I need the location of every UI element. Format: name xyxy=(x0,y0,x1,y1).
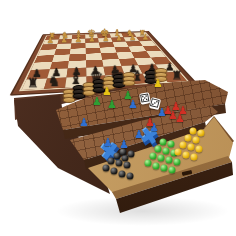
black-marble[interactable] xyxy=(111,168,118,175)
green-pawn[interactable]: ♟ xyxy=(107,99,117,110)
green-marble[interactable] xyxy=(145,160,152,167)
yellow-marble[interactable] xyxy=(175,149,182,156)
black-marble[interactable] xyxy=(108,158,115,165)
green-marble[interactable] xyxy=(150,153,157,160)
green-marble[interactable] xyxy=(163,148,170,155)
black-marble[interactable] xyxy=(116,160,123,167)
yellow-marble[interactable] xyxy=(191,154,198,161)
green-marble[interactable] xyxy=(168,141,175,148)
yellow-marble[interactable] xyxy=(198,130,205,137)
green-marble[interactable] xyxy=(169,167,176,174)
green-marble[interactable] xyxy=(158,155,165,162)
blue-pawn[interactable]: ♟ xyxy=(134,129,144,140)
blue-pawn[interactable]: ♟ xyxy=(128,99,138,110)
black-marble[interactable] xyxy=(128,151,135,158)
green-marble[interactable] xyxy=(153,163,160,170)
black-marble[interactable] xyxy=(127,173,134,180)
green-pawn[interactable]: ♟ xyxy=(92,96,102,107)
yellow-pawn[interactable]: ♟ xyxy=(153,78,163,89)
black-marble[interactable] xyxy=(119,171,126,178)
die-5[interactable]: ⚄ xyxy=(139,92,150,104)
green-marble[interactable] xyxy=(174,159,181,166)
loose-pieces-layer: ♟♟♟⚄⚂♟✖✖♟♟♟♟♟♟♟♟♟♟♟♟♟♟ xyxy=(0,0,236,236)
green-marble[interactable] xyxy=(155,146,162,153)
red-pawn[interactable]: ♟ xyxy=(145,117,155,128)
yellow-marble[interactable] xyxy=(188,144,195,151)
yellow-marble[interactable] xyxy=(190,128,197,135)
black-marble[interactable] xyxy=(103,165,110,172)
blue-pawn[interactable]: ♟ xyxy=(103,137,113,148)
black-marble[interactable] xyxy=(124,162,131,169)
yellow-marble[interactable] xyxy=(185,135,192,142)
black-marble[interactable] xyxy=(120,149,127,156)
green-marble[interactable] xyxy=(166,157,173,164)
yellow-marble[interactable] xyxy=(193,137,200,144)
tan-checker-stack[interactable] xyxy=(123,74,134,86)
blue-pawn[interactable]: ♟ xyxy=(79,117,89,128)
yellow-marble[interactable] xyxy=(183,152,190,159)
red-pawn[interactable]: ♟ xyxy=(175,113,185,124)
yellow-marble[interactable] xyxy=(196,146,203,153)
green-marble[interactable] xyxy=(161,165,168,172)
yellow-pawn[interactable]: ♟ xyxy=(102,86,112,97)
green-marble[interactable] xyxy=(160,139,167,146)
game-cabinet-photo: ♜♞♝♛♚♝♞♜♟♟♟♟♟♟♟♟♟♟♟♟♟♟♟♟♜♞♝♛♚♝♞♜ ♟♟♟⚄⚂♟✖… xyxy=(0,0,236,236)
yellow-marble[interactable] xyxy=(180,142,187,149)
